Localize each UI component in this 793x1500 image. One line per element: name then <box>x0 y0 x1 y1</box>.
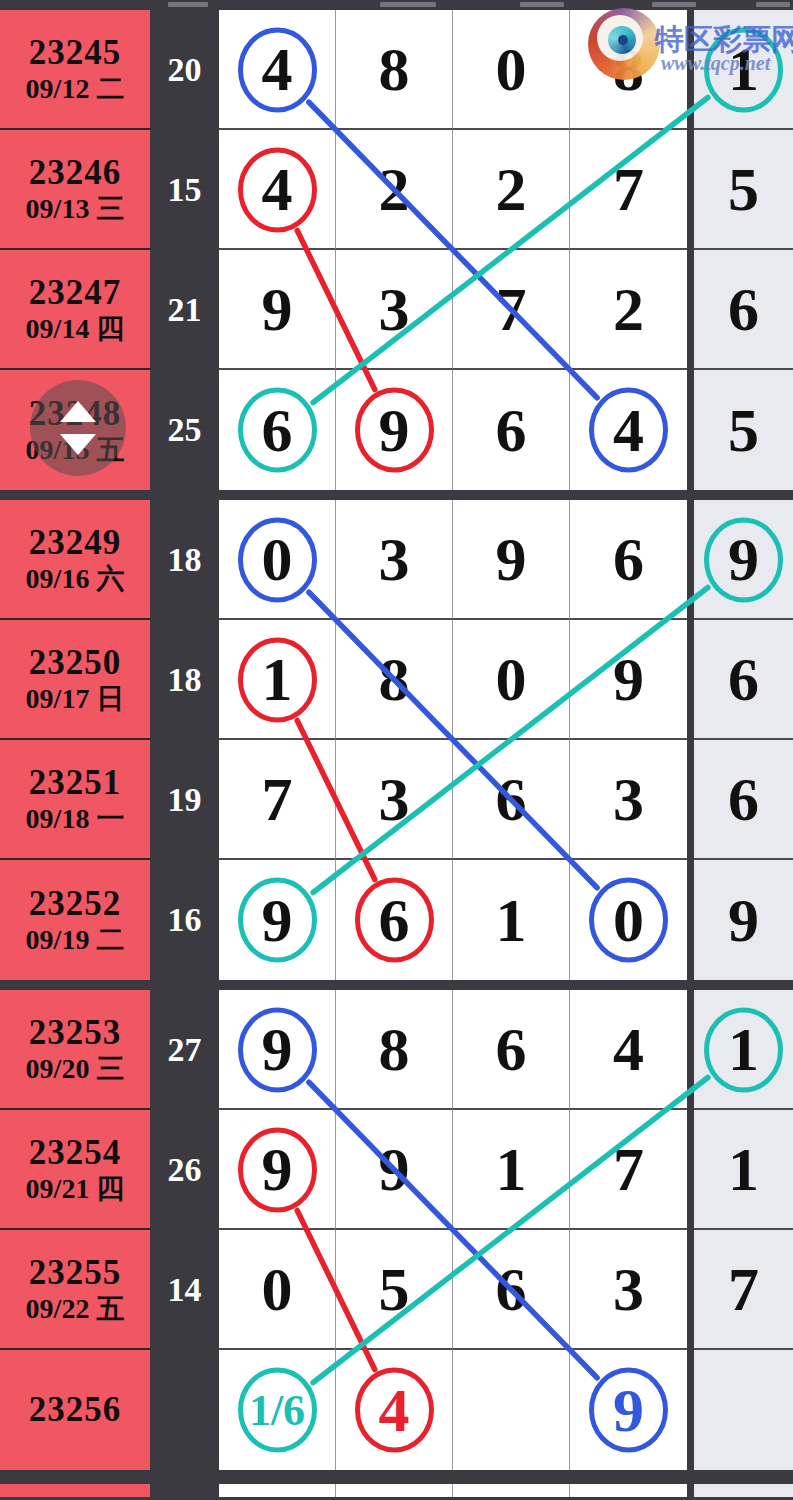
issue-cell: 2325509/22 五 <box>0 1230 150 1350</box>
digit-cell: 9 <box>219 1110 336 1230</box>
digit-value: 3 <box>613 764 644 835</box>
sum-value: 25 <box>150 370 219 490</box>
digit-cell: 8 <box>336 620 453 740</box>
digit-value: 4 <box>613 395 644 466</box>
issue-date: 09/13 三 <box>26 194 125 225</box>
digit-cell: 9 <box>219 990 336 1110</box>
digit-value: 6 <box>496 1014 527 1085</box>
issue-number: 23255 <box>29 1253 122 1293</box>
digit-cell: 7 <box>453 250 570 370</box>
issue-cell: 2324709/14 四 <box>0 250 150 370</box>
digit-value: 7 <box>728 1254 759 1325</box>
sum-value: 18 <box>150 620 219 740</box>
issue-cell: 2325009/17 日 <box>0 620 150 740</box>
extra-digit-cell: 1 <box>694 1110 793 1230</box>
scroll-up-icon[interactable] <box>60 401 96 422</box>
digit-value: 5 <box>379 1254 410 1325</box>
digit-cell: 6 <box>453 1230 570 1350</box>
issue-date: 09/20 三 <box>26 1054 125 1085</box>
digit-value: 6 <box>728 644 759 715</box>
digit-value: 6 <box>496 395 527 466</box>
sum-value: 16 <box>150 860 219 980</box>
issue-date: 09/21 四 <box>26 1174 125 1205</box>
digit-value: 4 <box>613 1014 644 1085</box>
digit-value: 9 <box>262 1134 293 1205</box>
digit-cell: 4 <box>570 370 687 490</box>
digit-value: 6 <box>613 524 644 595</box>
digit-value: 1 <box>262 644 293 715</box>
lottery-trend-chart: 2324509/12 二20480812324609/13 三154227523… <box>0 0 793 1500</box>
digit-cell: 0 <box>570 860 687 980</box>
digit-value: 7 <box>613 1134 644 1205</box>
issue-cell: 23256 <box>0 1350 150 1470</box>
sum-value: 14 <box>150 1230 219 1350</box>
digit-cell: 2 <box>453 130 570 250</box>
issue-cell: 2325409/21 四 <box>0 1110 150 1230</box>
digit-cell: 0 <box>453 620 570 740</box>
digit-cell: 9 <box>336 370 453 490</box>
digit-cell: 1 <box>453 860 570 980</box>
issue-number: 23247 <box>29 273 122 313</box>
digit-cell: 6 <box>570 500 687 620</box>
issue-cell: 2325309/20 三 <box>0 990 150 1110</box>
digit-cell: 9 <box>219 250 336 370</box>
digit-cell: 7 <box>570 1110 687 1230</box>
partial-digit-cell <box>453 1484 570 1497</box>
digit-value: 7 <box>496 274 527 345</box>
digit-value: 1/6 <box>249 1385 305 1436</box>
digit-value: 1 <box>728 1014 759 1085</box>
digit-cell: 6 <box>453 990 570 1110</box>
clipped-header-text <box>520 2 564 7</box>
digit-value: 3 <box>379 524 410 595</box>
digit-cell: 9 <box>570 620 687 740</box>
partial-digit-cell <box>219 1484 336 1497</box>
digit-cell: 9 <box>336 1110 453 1230</box>
digit-value: 3 <box>613 1254 644 1325</box>
digit-cell: 8 <box>336 990 453 1110</box>
digit-value: 4 <box>262 154 293 225</box>
partial-digit-cell <box>570 1484 687 1497</box>
sum-value: 19 <box>150 740 219 860</box>
digit-value: 0 <box>262 524 293 595</box>
digit-value: 2 <box>379 154 410 225</box>
extra-digit-cell: 9 <box>694 860 793 980</box>
digit-cell: 0 <box>219 500 336 620</box>
digit-cell: 0 <box>453 10 570 130</box>
digit-value: 0 <box>496 34 527 105</box>
issue-date: 09/19 二 <box>26 925 125 956</box>
sum-value: 27 <box>150 990 219 1110</box>
scroll-widget <box>30 380 126 476</box>
issue-number: 23256 <box>29 1390 122 1430</box>
digit-value: 3 <box>379 764 410 835</box>
digit-cell: 7 <box>570 130 687 250</box>
digit-value: 3 <box>379 274 410 345</box>
digit-value: 7 <box>262 764 293 835</box>
digit-value: 9 <box>728 524 759 595</box>
digit-value: 9 <box>262 885 293 956</box>
extra-digit-cell <box>694 1350 793 1470</box>
digit-cell: 9 <box>219 860 336 980</box>
sum-value: 26 <box>150 1110 219 1230</box>
digit-cell: 3 <box>570 1230 687 1350</box>
digit-cell: 8 <box>336 10 453 130</box>
issue-number: 23252 <box>29 884 122 924</box>
sum-value: 21 <box>150 250 219 370</box>
digit-value: 4 <box>379 1375 410 1446</box>
sum-value: 18 <box>150 500 219 620</box>
digit-cell: 3 <box>336 250 453 370</box>
partial-issue-cell <box>0 1484 150 1497</box>
partial-digit-cell <box>336 1484 453 1497</box>
issue-number: 23250 <box>29 643 122 683</box>
issue-number: 23249 <box>29 523 122 563</box>
issue-number: 23254 <box>29 1133 122 1173</box>
digit-value: 8 <box>379 34 410 105</box>
extra-digit-cell: 7 <box>694 1230 793 1350</box>
digit-value: 9 <box>496 524 527 595</box>
digit-cell: 1 <box>219 620 336 740</box>
extra-digit-cell: 1 <box>694 990 793 1110</box>
digit-cell: 2 <box>336 130 453 250</box>
digit-value: 1 <box>496 1134 527 1205</box>
digit-value: 6 <box>496 764 527 835</box>
digit-cell: 6 <box>453 370 570 490</box>
digit-cell: 4 <box>336 1350 453 1470</box>
digit-value: 9 <box>379 395 410 466</box>
digit-cell: 7 <box>219 740 336 860</box>
digit-cell: 0 <box>219 1230 336 1350</box>
digit-cell: 4 <box>219 10 336 130</box>
digit-value: 4 <box>262 34 293 105</box>
site-logo[interactable]: 特区彩票网 www.tqcp.net <box>585 4 793 80</box>
digit-value: 5 <box>728 395 759 466</box>
digit-value: 2 <box>496 154 527 225</box>
sum-value <box>150 1350 219 1470</box>
issue-number: 23245 <box>29 33 122 73</box>
clipped-header-text <box>168 2 208 7</box>
digit-cell: 9 <box>453 500 570 620</box>
digit-value: 0 <box>262 1254 293 1325</box>
issue-cell: 2324909/16 六 <box>0 500 150 620</box>
digit-cell: 9 <box>570 1350 687 1470</box>
extra-digit-cell: 6 <box>694 250 793 370</box>
digit-cell: 1/6 <box>219 1350 336 1470</box>
digit-cell: 6 <box>453 740 570 860</box>
partial-extra-cell <box>694 1484 793 1497</box>
issue-cell: 2325209/19 二 <box>0 860 150 980</box>
issue-date: 09/14 四 <box>26 314 125 345</box>
partial-sum-cell <box>150 1484 219 1497</box>
digit-cell: 3 <box>336 500 453 620</box>
digit-value: 1 <box>496 885 527 956</box>
digit-value: 8 <box>379 1014 410 1085</box>
digit-cell: 6 <box>219 370 336 490</box>
sum-value: 15 <box>150 130 219 250</box>
digit-value: 6 <box>262 395 293 466</box>
logo-swirl-icon <box>588 8 660 80</box>
digit-cell: 1 <box>453 1110 570 1230</box>
digit-value: 5 <box>728 154 759 225</box>
digit-value: 2 <box>613 274 644 345</box>
issue-date: 09/12 二 <box>26 74 125 105</box>
extra-digit-cell: 6 <box>694 740 793 860</box>
issue-date: 09/22 五 <box>26 1294 125 1325</box>
digit-value: 8 <box>379 644 410 715</box>
issue-date: 09/18 一 <box>26 804 125 835</box>
extra-digit-cell: 5 <box>694 130 793 250</box>
issue-date: 09/17 日 <box>26 684 125 715</box>
digit-value: 9 <box>728 885 759 956</box>
digit-cell <box>453 1350 570 1470</box>
issue-number: 23253 <box>29 1013 122 1053</box>
digit-cell: 3 <box>336 740 453 860</box>
digit-value: 9 <box>262 274 293 345</box>
digit-value: 9 <box>613 644 644 715</box>
digit-value: 9 <box>379 1134 410 1205</box>
digit-cell: 4 <box>219 130 336 250</box>
digit-value: 9 <box>262 1014 293 1085</box>
issue-cell: 2325109/18 一 <box>0 740 150 860</box>
digit-value: 6 <box>728 274 759 345</box>
extra-digit-cell: 5 <box>694 370 793 490</box>
scroll-down-icon[interactable] <box>60 434 96 455</box>
issue-number: 23251 <box>29 763 122 803</box>
digit-value: 0 <box>496 644 527 715</box>
clipped-header-text <box>380 2 436 7</box>
digit-value: 6 <box>496 1254 527 1325</box>
extra-digit-cell: 6 <box>694 620 793 740</box>
digit-value: 6 <box>379 885 410 956</box>
digit-cell: 5 <box>336 1230 453 1350</box>
logo-url: www.tqcp.net <box>661 52 770 75</box>
digit-value: 0 <box>613 885 644 956</box>
digit-value: 1 <box>728 1134 759 1205</box>
sum-value: 20 <box>150 10 219 130</box>
digit-cell: 3 <box>570 740 687 860</box>
digit-cell: 4 <box>570 990 687 1110</box>
issue-cell: 2324609/13 三 <box>0 130 150 250</box>
issue-date: 09/16 六 <box>26 564 125 595</box>
extra-digit-cell: 9 <box>694 500 793 620</box>
digit-value: 9 <box>613 1375 644 1446</box>
issue-number: 23246 <box>29 153 122 193</box>
logo-swirl-dot <box>618 35 628 45</box>
issue-cell: 2324509/12 二 <box>0 10 150 130</box>
digit-cell: 2 <box>570 250 687 370</box>
digit-cell: 6 <box>336 860 453 980</box>
digit-value: 6 <box>728 764 759 835</box>
digit-value: 7 <box>613 154 644 225</box>
